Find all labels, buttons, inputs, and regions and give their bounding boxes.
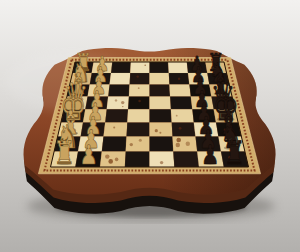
square-r6c4 [150,137,174,152]
square-r5c4 [150,123,173,137]
square-r6c2 [102,137,127,152]
burl-knot [176,138,181,143]
burl-knot [139,139,142,142]
piece-black-pawn: ♟ [201,139,219,170]
burl-knot [138,87,140,89]
square-r1c2 [110,73,131,85]
square-r3c4 [150,97,171,110]
burl-knot [130,143,133,146]
square-r1c3 [130,73,150,85]
square-r7c5 [173,151,199,167]
burl-knot [108,159,113,164]
square-r3c2 [107,97,129,110]
burl-knot [115,99,117,101]
wood-fleck [137,75,139,77]
burl-knot [144,65,146,67]
square-r0c3 [130,62,149,73]
burl-knot [176,115,178,117]
square-r0c5 [168,62,188,73]
square-r4c2 [105,109,128,122]
piece-white-rook: ♜ [54,135,76,172]
wood-fleck [178,78,180,80]
square-r7c4 [150,151,175,167]
piece-white-pawn: ♟ [80,139,98,170]
burl-knot [176,143,180,147]
square-r2c2 [108,85,129,97]
square-r1c4 [150,73,170,85]
square-r0c4 [150,62,169,73]
square-r3c3 [128,97,149,110]
burl-knot [155,129,158,132]
square-r2c4 [150,85,171,97]
burl-knot [186,142,190,146]
square-r0c2 [111,62,131,73]
chessboard-scene: ♜♟♟♜♞♟♟♞♝♟♟♝♛♟♟♛♚♟♟♚♝♟♟♝♞♟♟♞♜♟♟♜ [0,0,300,252]
square-r3c5 [170,97,192,110]
wood-fleck [179,127,182,130]
square-r2c5 [169,85,190,97]
burl-knot [160,161,163,164]
piece-black-rook: ♜ [224,135,246,172]
square-r7c2 [100,151,126,167]
burl-knot [122,106,123,107]
wood-fleck [138,100,141,103]
chess-set-product-photo: ♜♟♟♜♞♟♟♞♝♟♟♝♛♟♟♛♚♟♟♚♝♟♟♝♞♟♟♞♜♟♟♜ [0,0,300,252]
square-r5c2 [104,123,128,137]
square-r7c3 [125,151,150,167]
burl-knot [159,132,161,134]
square-r5c3 [127,123,150,137]
square-r2c3 [129,85,150,97]
square-r4c5 [171,109,194,122]
square-r4c4 [150,109,172,122]
burl-knot [121,101,124,104]
burl-knot [105,154,109,158]
burl-knot [113,126,115,128]
square-r6c3 [126,137,150,152]
square-r4c3 [127,109,149,122]
square-r5c5 [172,123,196,137]
burl-knot [115,158,119,162]
